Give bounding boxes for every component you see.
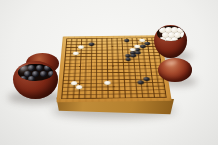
black-stone[interactable] (140, 45, 146, 48)
white-stone[interactable] (104, 81, 110, 85)
black-stone-in-bowl (28, 76, 35, 81)
white-stone[interactable] (71, 82, 77, 86)
white-stone[interactable] (139, 39, 145, 42)
board-grid[interactable] (61, 37, 167, 99)
black-stone[interactable] (125, 57, 131, 61)
white-bowl-opening (157, 26, 184, 41)
hoshi-point (78, 86, 80, 87)
hoshi-point (146, 85, 148, 86)
white-stone[interactable] (78, 45, 84, 48)
white-stone[interactable] (130, 48, 136, 51)
white-stone[interactable] (135, 45, 141, 48)
black-stone[interactable] (135, 51, 141, 54)
black-stone[interactable] (138, 81, 144, 85)
black-stone[interactable] (143, 77, 149, 81)
black-stone[interactable] (89, 42, 95, 45)
go-photo-scene (0, 0, 218, 145)
black-stone[interactable] (144, 42, 150, 45)
hoshi-point (144, 65, 146, 66)
hoshi-point (112, 86, 114, 87)
hoshi-point (111, 65, 113, 66)
hoshi-point (79, 65, 81, 66)
white-stone[interactable] (76, 85, 82, 89)
white-stone[interactable] (73, 52, 79, 55)
hoshi-point (111, 46, 113, 47)
black-stone[interactable] (130, 54, 136, 57)
black-stone-in-bowl (40, 71, 47, 77)
black-stone[interactable] (124, 39, 130, 42)
